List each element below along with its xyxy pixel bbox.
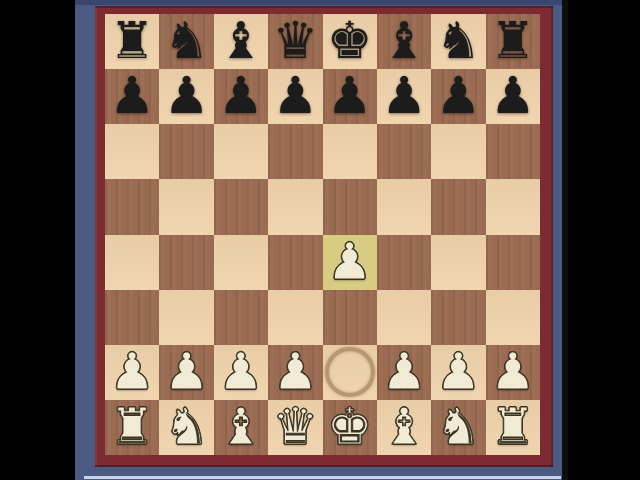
square-h4[interactable] [486,235,540,290]
white-pawn[interactable]: ♟ [436,345,482,399]
black-rook[interactable]: ♜ [109,14,155,68]
square-e5[interactable] [323,179,377,234]
square-a5[interactable] [105,179,159,234]
black-pawn[interactable]: ♟ [381,69,427,123]
square-c7[interactable]: ♟ [214,69,268,124]
square-h3[interactable] [486,290,540,345]
black-bishop[interactable]: ♝ [218,14,264,68]
white-pawn[interactable]: ♟ [327,235,373,289]
square-f4[interactable] [377,235,431,290]
white-knight[interactable]: ♞ [164,400,210,454]
square-d5[interactable] [268,179,322,234]
white-pawn[interactable]: ♟ [490,345,536,399]
black-knight[interactable]: ♞ [164,14,210,68]
square-d6[interactable] [268,124,322,179]
square-a2[interactable]: ♟ [105,345,159,400]
black-bishop[interactable]: ♝ [381,14,427,68]
square-a1[interactable]: ♜ [105,400,159,455]
black-pawn[interactable]: ♟ [218,69,264,123]
square-f2[interactable]: ♟ [377,345,431,400]
black-pawn[interactable]: ♟ [109,69,155,123]
square-g7[interactable]: ♟ [431,69,485,124]
video-top-strip [75,0,568,5]
square-e2[interactable] [323,345,377,400]
square-a4[interactable] [105,235,159,290]
square-c4[interactable] [214,235,268,290]
move-origin-circle [325,347,375,397]
square-f6[interactable] [377,124,431,179]
black-knight[interactable]: ♞ [436,14,482,68]
video-right-edge-artifact [562,0,568,480]
black-pawn[interactable]: ♟ [436,69,482,123]
square-h1[interactable]: ♜ [486,400,540,455]
black-rook[interactable]: ♜ [490,14,536,68]
square-h7[interactable]: ♟ [486,69,540,124]
square-d8[interactable]: ♛ [268,14,322,69]
square-g5[interactable] [431,179,485,234]
white-pawn[interactable]: ♟ [109,345,155,399]
white-pawn[interactable]: ♟ [272,345,318,399]
square-f5[interactable] [377,179,431,234]
square-d1[interactable]: ♛ [268,400,322,455]
black-king[interactable]: ♚ [327,14,373,68]
square-e7[interactable]: ♟ [323,69,377,124]
square-f3[interactable] [377,290,431,345]
square-e6[interactable] [323,124,377,179]
square-b7[interactable]: ♟ [159,69,213,124]
square-c5[interactable] [214,179,268,234]
black-pawn[interactable]: ♟ [490,69,536,123]
white-pawn[interactable]: ♟ [218,345,264,399]
square-b4[interactable] [159,235,213,290]
square-e4[interactable]: ♟ [323,235,377,290]
square-g8[interactable]: ♞ [431,14,485,69]
square-d7[interactable]: ♟ [268,69,322,124]
white-bishop[interactable]: ♝ [381,400,427,454]
white-pawn[interactable]: ♟ [381,345,427,399]
square-f8[interactable]: ♝ [377,14,431,69]
white-bishop[interactable]: ♝ [218,400,264,454]
square-f7[interactable]: ♟ [377,69,431,124]
square-d4[interactable] [268,235,322,290]
square-c6[interactable] [214,124,268,179]
square-h2[interactable]: ♟ [486,345,540,400]
square-f1[interactable]: ♝ [377,400,431,455]
square-b3[interactable] [159,290,213,345]
square-c8[interactable]: ♝ [214,14,268,69]
square-h5[interactable] [486,179,540,234]
black-queen[interactable]: ♛ [272,14,318,68]
square-g3[interactable] [431,290,485,345]
square-h6[interactable] [486,124,540,179]
square-c2[interactable]: ♟ [214,345,268,400]
square-d3[interactable] [268,290,322,345]
square-c1[interactable]: ♝ [214,400,268,455]
square-g6[interactable] [431,124,485,179]
video-area: ♜♞♝♛♚♝♞♜♟♟♟♟♟♟♟♟♟♟♟♟♟♟♟♟♜♞♝♛♚♝♞♜ [75,0,568,480]
square-g4[interactable] [431,235,485,290]
white-queen[interactable]: ♛ [272,400,318,454]
square-b6[interactable] [159,124,213,179]
square-b5[interactable] [159,179,213,234]
square-e3[interactable] [323,290,377,345]
white-pawn[interactable]: ♟ [164,345,210,399]
square-g1[interactable]: ♞ [431,400,485,455]
black-pawn[interactable]: ♟ [327,69,373,123]
square-a7[interactable]: ♟ [105,69,159,124]
square-d2[interactable]: ♟ [268,345,322,400]
square-e1[interactable]: ♚ [323,400,377,455]
chess-board: ♜♞♝♛♚♝♞♜♟♟♟♟♟♟♟♟♟♟♟♟♟♟♟♟♜♞♝♛♚♝♞♜ [105,14,540,455]
white-rook[interactable]: ♜ [109,400,155,454]
square-b2[interactable]: ♟ [159,345,213,400]
square-e8[interactable]: ♚ [323,14,377,69]
square-a3[interactable] [105,290,159,345]
square-g2[interactable]: ♟ [431,345,485,400]
square-a8[interactable]: ♜ [105,14,159,69]
square-h8[interactable]: ♜ [486,14,540,69]
black-pawn[interactable]: ♟ [272,69,318,123]
board-frame: ♜♞♝♛♚♝♞♜♟♟♟♟♟♟♟♟♟♟♟♟♟♟♟♟♜♞♝♛♚♝♞♜ [95,6,553,467]
white-king[interactable]: ♚ [327,400,373,454]
square-a6[interactable] [105,124,159,179]
white-knight[interactable]: ♞ [436,400,482,454]
square-b8[interactable]: ♞ [159,14,213,69]
black-pawn[interactable]: ♟ [164,69,210,123]
square-c3[interactable] [214,290,268,345]
video-bottom-highlight [84,476,561,479]
square-b1[interactable]: ♞ [159,400,213,455]
white-rook[interactable]: ♜ [490,400,536,454]
